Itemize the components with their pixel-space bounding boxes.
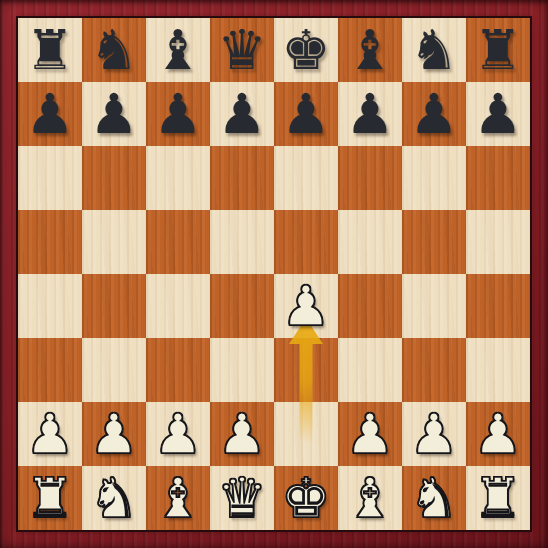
square-d1[interactable]: ♛ — [210, 466, 274, 530]
square-h3[interactable] — [466, 338, 530, 402]
square-b7[interactable]: ♟ — [82, 82, 146, 146]
square-e3[interactable] — [274, 338, 338, 402]
black-king[interactable]: ♚ — [274, 18, 338, 82]
square-b3[interactable] — [82, 338, 146, 402]
square-d4[interactable] — [210, 274, 274, 338]
black-rook[interactable]: ♜ — [466, 18, 530, 82]
square-e8[interactable]: ♚ — [274, 18, 338, 82]
square-a8[interactable]: ♜ — [18, 18, 82, 82]
board: ♜♞♝♛♚♝♞♜♟♟♟♟♟♟♟♟♟♟♟♟♟♟♟♟♜♞♝♛♚♝♞♜ — [18, 18, 530, 530]
white-pawn[interactable]: ♟ — [146, 402, 210, 466]
white-pawn[interactable]: ♟ — [338, 402, 402, 466]
square-g8[interactable]: ♞ — [402, 18, 466, 82]
square-a6[interactable] — [18, 146, 82, 210]
square-h6[interactable] — [466, 146, 530, 210]
black-knight[interactable]: ♞ — [402, 18, 466, 82]
square-c6[interactable] — [146, 146, 210, 210]
black-pawn[interactable]: ♟ — [146, 82, 210, 146]
black-pawn[interactable]: ♟ — [338, 82, 402, 146]
square-f1[interactable]: ♝ — [338, 466, 402, 530]
black-pawn[interactable]: ♟ — [18, 82, 82, 146]
square-d7[interactable]: ♟ — [210, 82, 274, 146]
square-h8[interactable]: ♜ — [466, 18, 530, 82]
square-c7[interactable]: ♟ — [146, 82, 210, 146]
square-e6[interactable] — [274, 146, 338, 210]
black-pawn[interactable]: ♟ — [402, 82, 466, 146]
square-h2[interactable]: ♟ — [466, 402, 530, 466]
white-pawn[interactable]: ♟ — [274, 274, 338, 338]
white-bishop[interactable]: ♝ — [338, 466, 402, 530]
square-b1[interactable]: ♞ — [82, 466, 146, 530]
square-g2[interactable]: ♟ — [402, 402, 466, 466]
black-bishop[interactable]: ♝ — [146, 18, 210, 82]
white-pawn[interactable]: ♟ — [466, 402, 530, 466]
black-pawn[interactable]: ♟ — [210, 82, 274, 146]
white-pawn[interactable]: ♟ — [82, 402, 146, 466]
square-d8[interactable]: ♛ — [210, 18, 274, 82]
square-b4[interactable] — [82, 274, 146, 338]
square-c1[interactable]: ♝ — [146, 466, 210, 530]
square-e1[interactable]: ♚ — [274, 466, 338, 530]
black-knight[interactable]: ♞ — [82, 18, 146, 82]
white-knight[interactable]: ♞ — [402, 466, 466, 530]
square-c8[interactable]: ♝ — [146, 18, 210, 82]
black-pawn[interactable]: ♟ — [274, 82, 338, 146]
square-f3[interactable] — [338, 338, 402, 402]
white-pawn[interactable]: ♟ — [402, 402, 466, 466]
white-pawn[interactable]: ♟ — [210, 402, 274, 466]
square-c5[interactable] — [146, 210, 210, 274]
square-f8[interactable]: ♝ — [338, 18, 402, 82]
square-d2[interactable]: ♟ — [210, 402, 274, 466]
square-g7[interactable]: ♟ — [402, 82, 466, 146]
square-h7[interactable]: ♟ — [466, 82, 530, 146]
square-f4[interactable] — [338, 274, 402, 338]
white-king[interactable]: ♚ — [274, 466, 338, 530]
square-b8[interactable]: ♞ — [82, 18, 146, 82]
square-f2[interactable]: ♟ — [338, 402, 402, 466]
square-a4[interactable] — [18, 274, 82, 338]
square-g3[interactable] — [402, 338, 466, 402]
board-frame: ♜♞♝♛♚♝♞♜♟♟♟♟♟♟♟♟♟♟♟♟♟♟♟♟♜♞♝♛♚♝♞♜ — [0, 0, 548, 548]
square-h5[interactable] — [466, 210, 530, 274]
square-g6[interactable] — [402, 146, 466, 210]
square-c4[interactable] — [146, 274, 210, 338]
square-a2[interactable]: ♟ — [18, 402, 82, 466]
square-b2[interactable]: ♟ — [82, 402, 146, 466]
black-rook[interactable]: ♜ — [18, 18, 82, 82]
black-queen[interactable]: ♛ — [210, 18, 274, 82]
square-e2[interactable] — [274, 402, 338, 466]
square-e5[interactable] — [274, 210, 338, 274]
white-knight[interactable]: ♞ — [82, 466, 146, 530]
square-e4[interactable]: ♟ — [274, 274, 338, 338]
square-f7[interactable]: ♟ — [338, 82, 402, 146]
square-c2[interactable]: ♟ — [146, 402, 210, 466]
square-h4[interactable] — [466, 274, 530, 338]
square-g5[interactable] — [402, 210, 466, 274]
white-rook[interactable]: ♜ — [466, 466, 530, 530]
square-d5[interactable] — [210, 210, 274, 274]
black-pawn[interactable]: ♟ — [466, 82, 530, 146]
square-a5[interactable] — [18, 210, 82, 274]
square-d6[interactable] — [210, 146, 274, 210]
square-a7[interactable]: ♟ — [18, 82, 82, 146]
square-e7[interactable]: ♟ — [274, 82, 338, 146]
square-b5[interactable] — [82, 210, 146, 274]
square-c3[interactable] — [146, 338, 210, 402]
white-queen[interactable]: ♛ — [210, 466, 274, 530]
square-h1[interactable]: ♜ — [466, 466, 530, 530]
black-pawn[interactable]: ♟ — [82, 82, 146, 146]
white-rook[interactable]: ♜ — [18, 466, 82, 530]
square-f6[interactable] — [338, 146, 402, 210]
black-bishop[interactable]: ♝ — [338, 18, 402, 82]
square-b6[interactable] — [82, 146, 146, 210]
square-a3[interactable] — [18, 338, 82, 402]
square-g4[interactable] — [402, 274, 466, 338]
white-bishop[interactable]: ♝ — [146, 466, 210, 530]
square-d3[interactable] — [210, 338, 274, 402]
white-pawn[interactable]: ♟ — [18, 402, 82, 466]
square-g1[interactable]: ♞ — [402, 466, 466, 530]
square-a1[interactable]: ♜ — [18, 466, 82, 530]
square-f5[interactable] — [338, 210, 402, 274]
